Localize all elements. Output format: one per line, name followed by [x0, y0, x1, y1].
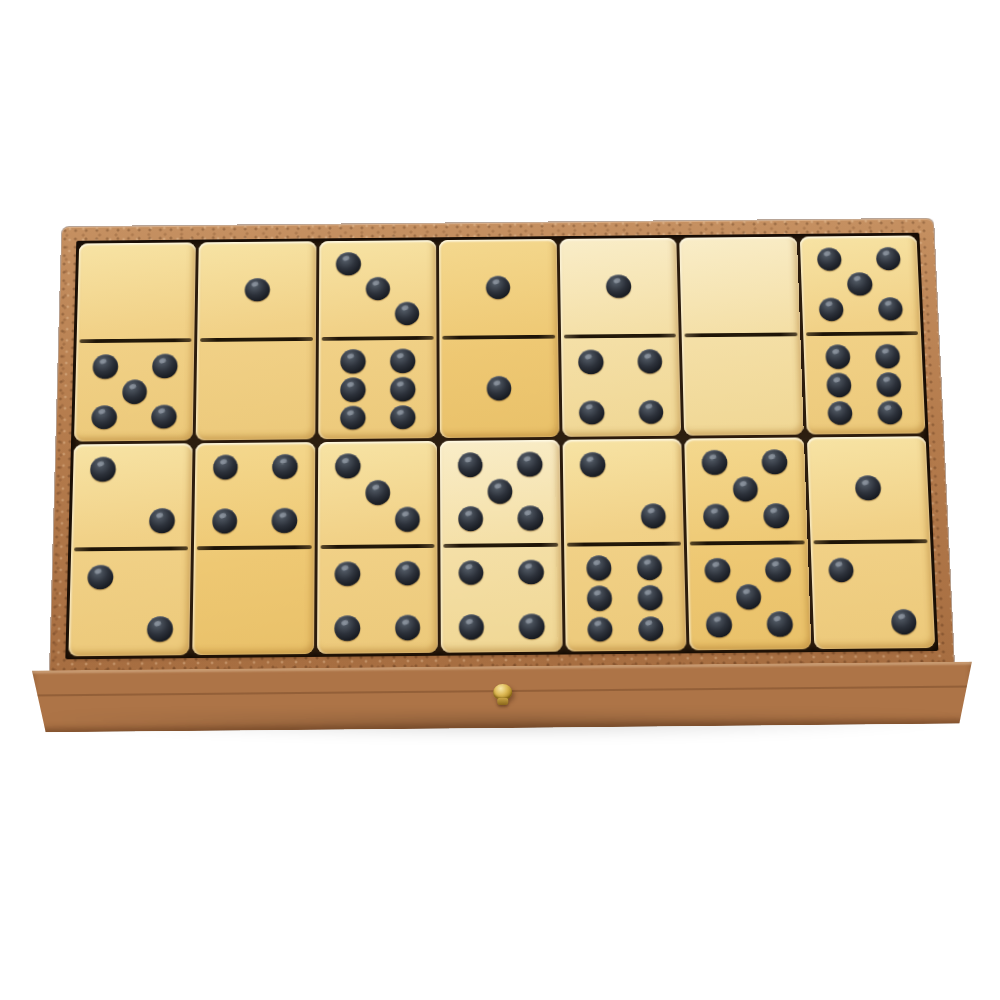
domino-tile-5-5[interactable]: [684, 437, 811, 650]
domino-half-bottom: [440, 339, 560, 438]
pip: [733, 477, 759, 502]
pip: [891, 609, 917, 634]
pip: [459, 614, 485, 639]
pip: [365, 480, 390, 505]
pip: [637, 585, 663, 610]
domino-half-top: [71, 443, 193, 547]
pip: [767, 611, 793, 636]
domino-half-bottom: [687, 544, 811, 650]
pip: [825, 344, 851, 368]
pip: [586, 556, 612, 581]
pip: [335, 561, 360, 586]
pip: [702, 450, 728, 475]
domino-tray-well: [65, 233, 938, 660]
pip: [487, 376, 512, 400]
pip: [578, 350, 603, 374]
pip: [705, 558, 731, 583]
pip: [272, 508, 297, 533]
domino-tile-1-0[interactable]: [196, 241, 316, 440]
pip: [875, 344, 901, 368]
domino-tile-5-4[interactable]: [440, 439, 562, 652]
domino-half-top: [440, 439, 561, 543]
pip: [93, 354, 118, 378]
pip: [579, 400, 604, 424]
pip: [212, 508, 237, 533]
domino-case: [45, 198, 954, 733]
domino-tile-1-1[interactable]: [439, 239, 559, 438]
pip: [519, 614, 545, 639]
domino-half-bottom: [68, 550, 191, 656]
pip: [335, 616, 360, 641]
pip: [365, 277, 390, 301]
case-leather-rim: [50, 219, 954, 673]
pip: [340, 349, 365, 373]
domino-tile-3-6[interactable]: [318, 240, 437, 439]
domino-half-bottom: [193, 549, 315, 655]
pip: [336, 252, 361, 276]
pip: [458, 560, 483, 585]
pip: [458, 506, 483, 531]
pip: [273, 454, 298, 479]
pip: [486, 275, 511, 299]
brass-stud-base: [497, 698, 508, 705]
domino-tile-3-4[interactable]: [317, 441, 438, 654]
pip: [638, 616, 664, 641]
domino-tile-4-0[interactable]: [193, 442, 316, 655]
pip: [637, 349, 662, 373]
pip: [122, 379, 147, 403]
pip: [847, 272, 873, 296]
pip: [335, 454, 360, 479]
pip: [390, 405, 415, 429]
pip: [819, 297, 845, 321]
pip: [518, 559, 544, 584]
case-tray-perspective: [50, 219, 954, 673]
pip: [763, 503, 789, 528]
domino-tile-2-6[interactable]: [562, 438, 686, 651]
pip: [765, 557, 791, 582]
pip: [641, 503, 667, 528]
domino-half-top: [684, 437, 807, 541]
pip: [817, 247, 843, 271]
domino-half-bottom: [317, 548, 438, 654]
domino-half-top: [559, 238, 679, 335]
domino-half-bottom: [441, 547, 563, 653]
pip: [855, 475, 881, 500]
pip: [395, 301, 420, 325]
pip: [877, 297, 903, 321]
pip: [90, 457, 116, 482]
pip: [518, 506, 543, 531]
domino-half-top: [319, 240, 437, 337]
pip: [703, 504, 729, 529]
pip: [390, 377, 415, 401]
domino-tile-0-0[interactable]: [679, 237, 803, 436]
pip: [395, 507, 420, 532]
pip: [390, 349, 415, 373]
domino-tile-0-5[interactable]: [74, 242, 196, 441]
pip: [637, 555, 663, 580]
domino-half-bottom: [561, 338, 682, 437]
pip: [340, 406, 365, 430]
domino-half-top: [799, 235, 921, 332]
domino-half-top: [562, 438, 684, 542]
pip: [877, 401, 903, 425]
pip: [149, 508, 175, 533]
pip: [638, 400, 664, 424]
domino-tile-2-2[interactable]: [68, 443, 193, 656]
pip: [606, 274, 631, 298]
domino-half-bottom: [196, 341, 316, 440]
pip: [736, 584, 762, 609]
pip: [151, 405, 176, 429]
domino-half-top: [439, 239, 558, 336]
pip: [147, 616, 173, 641]
pip: [875, 247, 901, 271]
pip: [517, 452, 542, 477]
photo-background: [0, 0, 1000, 1000]
pip: [827, 401, 853, 425]
pip: [762, 450, 788, 475]
pip: [488, 479, 513, 504]
pip: [92, 405, 118, 429]
domino-tile-1-4[interactable]: [559, 238, 681, 437]
pip: [580, 452, 605, 477]
domino-half-bottom: [803, 335, 926, 434]
drop-shadow: [40, 714, 960, 740]
pip: [152, 354, 177, 378]
domino-half-bottom: [564, 545, 687, 651]
domino-half-top: [806, 436, 930, 540]
brass-stud-button[interactable]: [491, 684, 513, 714]
pip: [395, 615, 420, 640]
pip: [826, 373, 852, 397]
pip: [587, 586, 613, 611]
pip: [245, 278, 270, 302]
pip: [706, 612, 732, 637]
domino-half-top: [198, 241, 317, 338]
pip: [213, 455, 238, 480]
pip: [458, 453, 483, 478]
domino-half-top: [679, 237, 800, 334]
pip: [340, 377, 365, 401]
pip: [828, 557, 854, 582]
domino-half-top: [194, 442, 315, 546]
domino-half-bottom: [318, 340, 437, 439]
pip: [587, 616, 613, 641]
domino-tile-1-2[interactable]: [806, 436, 935, 649]
domino-half-top: [318, 441, 438, 545]
pip: [88, 564, 114, 589]
domino-tile-5-6[interactable]: [799, 235, 925, 434]
domino-half-bottom: [682, 337, 804, 436]
domino-half-top: [77, 242, 197, 339]
pip: [876, 372, 902, 396]
domino-half-bottom: [810, 543, 935, 649]
domino-half-bottom: [74, 342, 195, 441]
pip: [395, 560, 420, 585]
